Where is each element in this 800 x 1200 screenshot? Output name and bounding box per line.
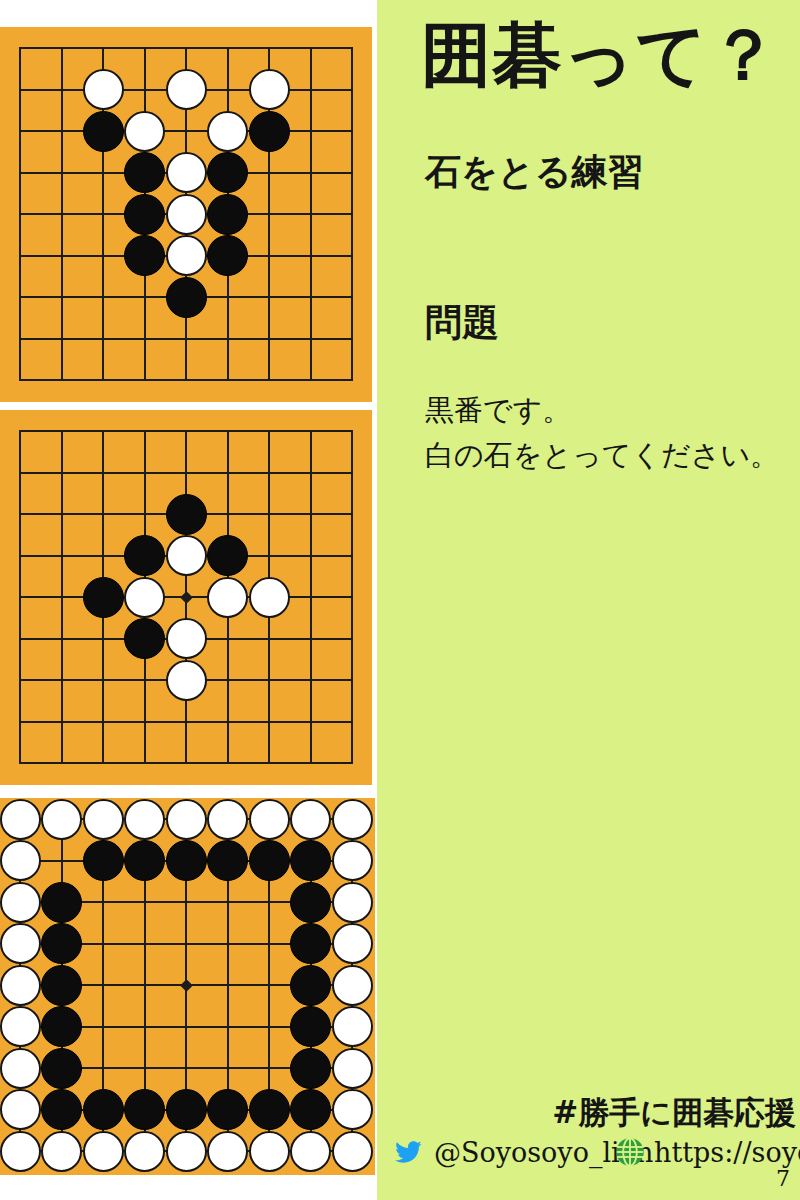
black-stone (124, 1089, 165, 1130)
white-stone (332, 923, 373, 964)
black-stone (166, 494, 207, 535)
hoshi-point (180, 591, 193, 604)
white-stone (249, 69, 290, 110)
black-stone (207, 535, 248, 576)
white-stone (166, 235, 207, 276)
white-stone (0, 1006, 41, 1047)
black-stone (83, 1089, 124, 1130)
white-stone (0, 1089, 41, 1130)
hashtag: #勝手に囲碁応援 (373, 1092, 796, 1134)
grid-line (351, 430, 353, 764)
black-stone (41, 882, 82, 923)
black-stone (124, 235, 165, 276)
white-stone (166, 618, 207, 659)
white-stone (0, 1131, 41, 1172)
black-stone (290, 965, 331, 1006)
black-stone (124, 194, 165, 235)
black-stone (124, 152, 165, 193)
go-board-problem-1 (0, 27, 372, 402)
white-stone (41, 799, 82, 840)
twitter-contact: @Soyosoyo_lion (391, 1136, 653, 1168)
grid-line (19, 338, 353, 340)
black-stone (166, 840, 207, 881)
black-stone (207, 1089, 248, 1130)
white-stone (290, 1131, 331, 1172)
black-stone (83, 577, 124, 618)
grid-line (351, 47, 353, 381)
go-board-problem-2 (0, 410, 372, 785)
problem-line-1: 黒番です。 (425, 393, 571, 427)
white-stone (166, 1131, 207, 1172)
black-stone (207, 840, 248, 881)
grid-line (19, 721, 353, 723)
problem-statement: 黒番です。 白の石をとってください。 (425, 388, 779, 478)
white-stone (332, 965, 373, 1006)
black-stone (41, 1006, 82, 1047)
white-stone (207, 1131, 248, 1172)
white-stone (124, 577, 165, 618)
black-stone (290, 1006, 331, 1047)
white-stone (166, 660, 207, 701)
white-stone (124, 1131, 165, 1172)
white-stone (290, 799, 331, 840)
black-stone (290, 882, 331, 923)
white-stone (207, 799, 248, 840)
white-stone (0, 799, 41, 840)
white-stone (83, 799, 124, 840)
white-stone (166, 799, 207, 840)
white-stone (332, 1048, 373, 1089)
black-stone (41, 1089, 82, 1130)
black-stone (249, 111, 290, 152)
white-stone (332, 840, 373, 881)
black-stone (290, 1089, 331, 1130)
black-stone (290, 1048, 331, 1089)
black-stone (290, 840, 331, 881)
black-stone (249, 840, 290, 881)
white-stone (0, 1048, 41, 1089)
black-stone (290, 923, 331, 964)
white-stone (166, 152, 207, 193)
black-stone (166, 277, 207, 318)
white-stone (207, 111, 248, 152)
white-stone (0, 923, 41, 964)
info-panel: 囲碁って？ 石をとる練習 問題 黒番です。 白の石をとってください。 #勝手に囲… (377, 0, 800, 1200)
black-stone (124, 618, 165, 659)
grid-line (19, 762, 353, 764)
black-stone (41, 1048, 82, 1089)
black-stone (83, 840, 124, 881)
white-stone (124, 111, 165, 152)
white-stone (332, 1006, 373, 1047)
black-stone (83, 111, 124, 152)
grid-line (19, 379, 353, 381)
black-stone (166, 1089, 207, 1130)
globe-icon (615, 1137, 645, 1167)
white-stone (83, 69, 124, 110)
white-stone (332, 882, 373, 923)
white-stone (0, 840, 41, 881)
black-stone (41, 965, 82, 1006)
white-stone (332, 1089, 373, 1130)
twitter-icon (391, 1138, 425, 1166)
black-stone (207, 152, 248, 193)
white-stone (332, 799, 373, 840)
black-stone (41, 923, 82, 964)
white-stone (249, 577, 290, 618)
section-heading: 問題 (425, 298, 499, 348)
white-stone (0, 965, 41, 1006)
black-stone (124, 535, 165, 576)
page-title: 囲碁って？ (421, 16, 779, 94)
black-stone (124, 840, 165, 881)
problem-line-2: 白の石をとってください。 (425, 438, 779, 472)
white-stone (249, 799, 290, 840)
website-link[interactable]: https://soyo.life (654, 1137, 800, 1168)
white-stone (249, 1131, 290, 1172)
white-stone (0, 882, 41, 923)
go-board-problem-3 (0, 798, 375, 1175)
white-stone (166, 194, 207, 235)
white-stone (332, 1131, 373, 1172)
white-stone (83, 1131, 124, 1172)
white-stone (207, 577, 248, 618)
page-number: 7 (776, 1166, 790, 1191)
website-contact: https://soyo.life (615, 1136, 800, 1168)
black-stone (207, 194, 248, 235)
white-stone (166, 535, 207, 576)
white-stone (166, 69, 207, 110)
white-stone (124, 799, 165, 840)
black-stone (207, 235, 248, 276)
grid-line (310, 430, 312, 764)
white-stone (41, 1131, 82, 1172)
page: 囲碁って？ 石をとる練習 問題 黒番です。 白の石をとってください。 #勝手に囲… (0, 0, 800, 1200)
black-stone (249, 1089, 290, 1130)
grid-line (310, 47, 312, 381)
subtitle: 石をとる練習 (425, 148, 644, 197)
hoshi-point (180, 979, 193, 992)
